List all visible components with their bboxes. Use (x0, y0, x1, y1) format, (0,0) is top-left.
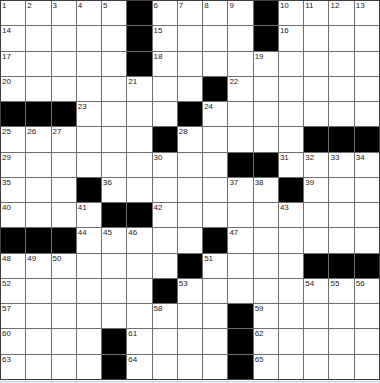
cell-r7c5[interactable] (102, 153, 126, 177)
block-r15c10 (228, 355, 252, 379)
cell-r5c7[interactable] (153, 102, 177, 126)
clue-number-29: 29 (2, 153, 11, 162)
block-r3c6 (127, 52, 151, 76)
cell-r12c10[interactable] (228, 279, 252, 303)
cell-r13c5[interactable] (102, 304, 126, 328)
cell-r3c14[interactable] (329, 52, 353, 76)
block-r6c13 (304, 127, 328, 151)
cell-r13c13[interactable] (304, 304, 328, 328)
block-r5c2 (26, 102, 50, 126)
cell-r11c9[interactable]: 51 (203, 254, 227, 278)
cell-r9c11[interactable] (254, 203, 278, 227)
block-r10c2 (26, 228, 50, 252)
clue-number-56: 56 (356, 279, 365, 288)
block-r12c7 (153, 279, 177, 303)
clue-number-27: 27 (53, 127, 62, 136)
block-r2c11 (254, 26, 278, 50)
cell-r7c4[interactable] (77, 153, 101, 177)
cell-r12c1[interactable]: 52 (1, 279, 25, 303)
cell-r15c8[interactable] (178, 355, 202, 379)
cell-r9c14[interactable] (329, 203, 353, 227)
cell-r15c6[interactable]: 64 (127, 355, 151, 379)
block-r7c11 (254, 153, 278, 177)
cell-r13c14[interactable] (329, 304, 353, 328)
cell-r9c13[interactable] (304, 203, 328, 227)
clue-number-32: 32 (305, 153, 314, 162)
cell-r13c3[interactable] (52, 304, 76, 328)
clue-number-3: 3 (53, 1, 57, 10)
cell-r3c9[interactable] (203, 52, 227, 76)
cell-r1c3[interactable]: 3 (52, 1, 76, 25)
cell-r4c4[interactable] (77, 77, 101, 101)
clue-number-8: 8 (204, 1, 208, 10)
cell-r3c3[interactable] (52, 52, 76, 76)
clue-number-58: 58 (154, 304, 163, 313)
cell-r9c8[interactable] (178, 203, 202, 227)
clue-number-61: 61 (128, 329, 137, 338)
cell-r4c2[interactable] (26, 77, 50, 101)
cell-r4c8[interactable] (178, 77, 202, 101)
cell-r4c1[interactable]: 20 (1, 77, 25, 101)
clue-number-22: 22 (229, 77, 238, 86)
clue-number-65: 65 (255, 355, 264, 364)
cell-r11c3[interactable]: 50 (52, 254, 76, 278)
block-r8c4 (77, 178, 101, 202)
cell-r11c12[interactable] (279, 254, 303, 278)
cell-r15c13[interactable] (304, 355, 328, 379)
clue-number-6: 6 (154, 1, 158, 10)
cell-r14c7[interactable] (153, 329, 177, 353)
clue-number-7: 7 (179, 1, 183, 10)
cell-r1c14[interactable]: 12 (329, 1, 353, 25)
cell-r13c2[interactable] (26, 304, 50, 328)
cell-r14c1[interactable]: 60 (1, 329, 25, 353)
cell-r1c15[interactable]: 13 (355, 1, 379, 25)
cell-r3c2[interactable] (26, 52, 50, 76)
cell-r15c3[interactable] (52, 355, 76, 379)
cell-r9c2[interactable] (26, 203, 50, 227)
clue-number-10: 10 (280, 1, 289, 10)
cell-r5c11[interactable] (254, 102, 278, 126)
block-r1c11 (254, 1, 278, 25)
cell-r5c13[interactable] (304, 102, 328, 126)
clue-number-23: 23 (78, 102, 87, 111)
clue-number-49: 49 (27, 254, 36, 263)
block-r6c14 (329, 127, 353, 151)
clue-number-11: 11 (305, 1, 313, 10)
clue-number-36: 36 (103, 178, 112, 187)
cell-r5c12[interactable] (279, 102, 303, 126)
cell-r5c5[interactable] (102, 102, 126, 126)
block-r1c6 (127, 1, 151, 25)
cell-r14c9[interactable] (203, 329, 227, 353)
cell-r3c7[interactable]: 18 (153, 52, 177, 76)
cell-r10c10[interactable]: 47 (228, 228, 252, 252)
cell-r15c11[interactable]: 65 (254, 355, 278, 379)
cell-r8c14[interactable] (329, 178, 353, 202)
clue-number-19: 19 (255, 52, 264, 61)
cell-r4c11[interactable] (254, 77, 278, 101)
cell-r7c7[interactable]: 30 (153, 153, 177, 177)
cell-r4c14[interactable] (329, 77, 353, 101)
cell-r1c2[interactable]: 2 (26, 1, 50, 25)
block-r11c15 (355, 254, 379, 278)
cell-r10c7[interactable] (153, 228, 177, 252)
clue-number-48: 48 (2, 254, 11, 263)
cell-r3c4[interactable] (77, 52, 101, 76)
crossword-board: 1234567891011121314151617181920212223242… (0, 0, 380, 380)
clue-number-62: 62 (255, 329, 264, 338)
cell-r3c15[interactable] (355, 52, 379, 76)
cell-r3c8[interactable] (178, 52, 202, 76)
cell-r8c13[interactable]: 39 (304, 178, 328, 202)
clue-number-54: 54 (305, 279, 314, 288)
cell-r13c11[interactable]: 59 (254, 304, 278, 328)
cell-r2c5[interactable] (102, 26, 126, 50)
clue-number-39: 39 (305, 178, 314, 187)
cell-r6c4[interactable] (77, 127, 101, 151)
cell-r10c4[interactable]: 44 (77, 228, 101, 252)
cell-r4c10[interactable]: 22 (228, 77, 252, 101)
cell-r8c5[interactable]: 36 (102, 178, 126, 202)
cell-r9c7[interactable]: 42 (153, 203, 177, 227)
clue-number-1: 1 (2, 1, 6, 10)
clue-number-18: 18 (154, 52, 163, 61)
cell-r4c13[interactable] (304, 77, 328, 101)
cell-r13c6[interactable] (127, 304, 151, 328)
cell-r9c12[interactable]: 43 (279, 203, 303, 227)
cell-r4c7[interactable] (153, 77, 177, 101)
cell-r14c8[interactable] (178, 329, 202, 353)
clue-number-50: 50 (53, 254, 62, 263)
clue-number-24: 24 (204, 102, 213, 111)
clue-number-57: 57 (2, 304, 11, 313)
block-r11c14 (329, 254, 353, 278)
cell-r7c8[interactable] (178, 153, 202, 177)
cell-r11c6[interactable] (127, 254, 151, 278)
block-r5c8 (178, 102, 202, 126)
clue-number-14: 14 (2, 26, 11, 35)
cell-r2c4[interactable] (77, 26, 101, 50)
block-r8c12 (279, 178, 303, 202)
cell-r12c8[interactable]: 53 (178, 279, 202, 303)
block-r13c10 (228, 304, 252, 328)
block-r10c9 (203, 228, 227, 252)
cell-r4c3[interactable] (52, 77, 76, 101)
clue-number-55: 55 (330, 279, 339, 288)
cell-r12c5[interactable] (102, 279, 126, 303)
clue-number-42: 42 (154, 203, 163, 212)
cell-r2c7[interactable]: 15 (153, 26, 177, 50)
cell-r13c4[interactable] (77, 304, 101, 328)
cell-r12c12[interactable] (279, 279, 303, 303)
cell-r2c3[interactable] (52, 26, 76, 50)
cell-r3c5[interactable] (102, 52, 126, 76)
cell-r12c4[interactable] (77, 279, 101, 303)
cell-r13c1[interactable]: 57 (1, 304, 25, 328)
cell-r11c10[interactable] (228, 254, 252, 278)
cell-r8c9[interactable] (203, 178, 227, 202)
cell-r14c6[interactable]: 61 (127, 329, 151, 353)
cell-r2c8[interactable] (178, 26, 202, 50)
cell-r8c2[interactable] (26, 178, 50, 202)
block-r9c6 (127, 203, 151, 227)
cell-r6c12[interactable] (279, 127, 303, 151)
cell-r6c2[interactable]: 26 (26, 127, 50, 151)
cell-r7c6[interactable] (127, 153, 151, 177)
cell-r13c7[interactable]: 58 (153, 304, 177, 328)
cell-r6c5[interactable] (102, 127, 126, 151)
cell-r13c12[interactable] (279, 304, 303, 328)
clue-number-45: 45 (103, 228, 112, 237)
clue-number-40: 40 (2, 203, 11, 212)
cell-r9c9[interactable] (203, 203, 227, 227)
cell-r6c1[interactable]: 25 (1, 127, 25, 151)
cell-r2c12[interactable]: 16 (279, 26, 303, 50)
block-r11c13 (304, 254, 328, 278)
cell-r5c15[interactable] (355, 102, 379, 126)
cell-r2c1[interactable]: 14 (1, 26, 25, 50)
block-r14c5 (102, 329, 126, 353)
cell-r4c5[interactable] (102, 77, 126, 101)
cell-r8c6[interactable] (127, 178, 151, 202)
cell-r9c15[interactable] (355, 203, 379, 227)
cell-r5c4[interactable]: 23 (77, 102, 101, 126)
cell-r12c6[interactable] (127, 279, 151, 303)
cell-r12c14[interactable]: 55 (329, 279, 353, 303)
cell-r3c13[interactable] (304, 52, 328, 76)
cell-r12c11[interactable] (254, 279, 278, 303)
clue-number-30: 30 (154, 153, 163, 162)
cell-r10c13[interactable] (304, 228, 328, 252)
cell-r1c12[interactable]: 10 (279, 1, 303, 25)
clue-number-25: 25 (2, 127, 11, 136)
cell-r6c6[interactable] (127, 127, 151, 151)
cell-r12c15[interactable]: 56 (355, 279, 379, 303)
cell-r6c11[interactable] (254, 127, 278, 151)
cell-r8c10[interactable]: 37 (228, 178, 252, 202)
cell-r9c3[interactable] (52, 203, 76, 227)
cell-r12c3[interactable] (52, 279, 76, 303)
cell-r3c11[interactable]: 19 (254, 52, 278, 76)
cell-r5c9[interactable]: 24 (203, 102, 227, 126)
clue-number-28: 28 (179, 127, 188, 136)
block-r6c7 (153, 127, 177, 151)
cell-r15c9[interactable] (203, 355, 227, 379)
cell-r13c8[interactable] (178, 304, 202, 328)
clue-number-37: 37 (229, 178, 238, 187)
cell-r7c14[interactable]: 33 (329, 153, 353, 177)
block-r6c15 (355, 127, 379, 151)
clue-number-41: 41 (78, 203, 87, 212)
clue-number-5: 5 (103, 1, 107, 10)
cell-r15c7[interactable] (153, 355, 177, 379)
cell-r9c4[interactable]: 41 (77, 203, 101, 227)
cell-r8c3[interactable] (52, 178, 76, 202)
cell-r4c12[interactable] (279, 77, 303, 101)
cell-r15c15[interactable] (355, 355, 379, 379)
clue-number-35: 35 (2, 178, 11, 187)
cell-r11c4[interactable] (77, 254, 101, 278)
clue-number-31: 31 (280, 153, 289, 162)
cell-r7c2[interactable] (26, 153, 50, 177)
cell-r8c1[interactable]: 35 (1, 178, 25, 202)
cell-r13c15[interactable] (355, 304, 379, 328)
cell-r11c5[interactable] (102, 254, 126, 278)
clue-number-46: 46 (128, 228, 137, 237)
block-r11c8 (178, 254, 202, 278)
clue-number-44: 44 (78, 228, 87, 237)
cell-r15c4[interactable] (77, 355, 101, 379)
clue-number-15: 15 (154, 26, 163, 35)
cell-r3c1[interactable]: 17 (1, 52, 25, 76)
clue-number-64: 64 (128, 355, 137, 364)
clue-number-16: 16 (280, 26, 289, 35)
cell-r2c9[interactable] (203, 26, 227, 50)
cell-r14c2[interactable] (26, 329, 50, 353)
cell-r1c5[interactable]: 5 (102, 1, 126, 25)
cell-r10c11[interactable] (254, 228, 278, 252)
cell-r12c13[interactable]: 54 (304, 279, 328, 303)
cell-r8c11[interactable]: 38 (254, 178, 278, 202)
clue-number-9: 9 (229, 1, 233, 10)
cell-r3c12[interactable] (279, 52, 303, 76)
cell-r4c15[interactable] (355, 77, 379, 101)
cell-r7c13[interactable]: 32 (304, 153, 328, 177)
clue-number-59: 59 (255, 304, 264, 313)
cell-r12c9[interactable] (203, 279, 227, 303)
clue-number-4: 4 (78, 1, 82, 10)
cell-r10c12[interactable] (279, 228, 303, 252)
cell-r1c4[interactable]: 4 (77, 1, 101, 25)
cell-r8c7[interactable] (153, 178, 177, 202)
cell-r6c10[interactable] (228, 127, 252, 151)
block-r10c1 (1, 228, 25, 252)
clue-number-53: 53 (179, 279, 188, 288)
cell-r1c8[interactable]: 7 (178, 1, 202, 25)
clue-number-52: 52 (2, 279, 11, 288)
block-r15c5 (102, 355, 126, 379)
cell-r12c2[interactable] (26, 279, 50, 303)
cell-r9c1[interactable]: 40 (1, 203, 25, 227)
block-r7c10 (228, 153, 252, 177)
cell-r11c7[interactable] (153, 254, 177, 278)
cell-r2c15[interactable] (355, 26, 379, 50)
clue-number-26: 26 (27, 127, 36, 136)
cell-r7c15[interactable]: 34 (355, 153, 379, 177)
cell-r13c9[interactable] (203, 304, 227, 328)
clue-number-60: 60 (2, 329, 11, 338)
block-r5c3 (52, 102, 76, 126)
cell-r3c10[interactable] (228, 52, 252, 76)
cell-r5c6[interactable] (127, 102, 151, 126)
clue-number-38: 38 (255, 178, 264, 187)
block-r5c1 (1, 102, 25, 126)
cell-r2c2[interactable] (26, 26, 50, 50)
clue-number-34: 34 (356, 153, 365, 162)
cell-r7c1[interactable]: 29 (1, 153, 25, 177)
cell-r10c5[interactable]: 45 (102, 228, 126, 252)
cell-r2c14[interactable] (329, 26, 353, 50)
cell-r1c10[interactable]: 9 (228, 1, 252, 25)
clue-number-33: 33 (330, 153, 339, 162)
clue-number-17: 17 (2, 52, 11, 61)
cell-r10c15[interactable] (355, 228, 379, 252)
block-r14c10 (228, 329, 252, 353)
cell-r7c12[interactable]: 31 (279, 153, 303, 177)
clue-number-12: 12 (330, 1, 339, 10)
block-r2c6 (127, 26, 151, 50)
clue-number-21: 21 (128, 77, 137, 86)
cell-r8c15[interactable] (355, 178, 379, 202)
cell-r1c9[interactable]: 8 (203, 1, 227, 25)
cell-r7c9[interactable] (203, 153, 227, 177)
block-r10c3 (52, 228, 76, 252)
cell-r10c6[interactable]: 46 (127, 228, 151, 252)
cell-r10c14[interactable] (329, 228, 353, 252)
cell-r14c3[interactable] (52, 329, 76, 353)
block-r4c9 (203, 77, 227, 101)
cell-r14c4[interactable] (77, 329, 101, 353)
cell-r11c11[interactable] (254, 254, 278, 278)
cell-r15c2[interactable] (26, 355, 50, 379)
clue-number-63: 63 (2, 355, 11, 364)
crossword-app: 1234567891011121314151617181920212223242… (0, 0, 380, 383)
cell-r14c12[interactable] (279, 329, 303, 353)
cell-r15c12[interactable] (279, 355, 303, 379)
cell-r14c11[interactable]: 62 (254, 329, 278, 353)
cell-r2c10[interactable] (228, 26, 252, 50)
cell-r6c8[interactable]: 28 (178, 127, 202, 151)
cell-r15c1[interactable]: 63 (1, 355, 25, 379)
cell-r1c1[interactable]: 1 (1, 1, 25, 25)
cell-r4c6[interactable]: 21 (127, 77, 151, 101)
cell-r15c14[interactable] (329, 355, 353, 379)
cell-r7c3[interactable] (52, 153, 76, 177)
clue-number-43: 43 (280, 203, 289, 212)
clue-number-47: 47 (229, 228, 238, 237)
cell-r14c15[interactable] (355, 329, 379, 353)
cell-r9c10[interactable] (228, 203, 252, 227)
cell-r11c2[interactable]: 49 (26, 254, 50, 278)
cell-r2c13[interactable] (304, 26, 328, 50)
clue-number-2: 2 (27, 1, 31, 10)
cell-r5c10[interactable] (228, 102, 252, 126)
cell-r6c3[interactable]: 27 (52, 127, 76, 151)
block-r9c5 (102, 203, 126, 227)
cell-r1c13[interactable]: 11 (304, 1, 328, 25)
clue-number-20: 20 (2, 77, 11, 86)
cell-r14c13[interactable] (304, 329, 328, 353)
cell-r5c14[interactable] (329, 102, 353, 126)
cell-r10c8[interactable] (178, 228, 202, 252)
clue-number-13: 13 (356, 1, 365, 10)
cell-r6c9[interactable] (203, 127, 227, 151)
cell-r11c1[interactable]: 48 (1, 254, 25, 278)
cell-r1c7[interactable]: 6 (153, 1, 177, 25)
cell-r8c8[interactable] (178, 178, 202, 202)
clue-number-51: 51 (204, 254, 213, 263)
cell-r14c14[interactable] (329, 329, 353, 353)
